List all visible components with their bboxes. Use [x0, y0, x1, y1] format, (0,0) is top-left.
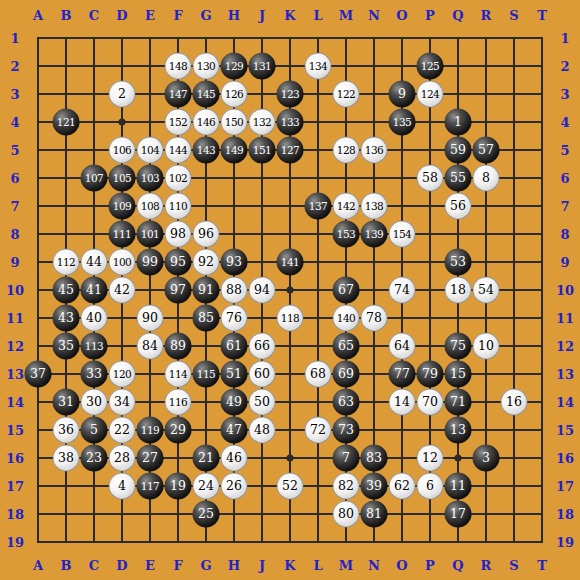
move-number: 136 — [365, 145, 384, 156]
move-number: 18 — [450, 284, 466, 297]
stone-black-k9[interactable]: 141 — [277, 249, 304, 276]
move-number: 89 — [170, 340, 186, 353]
col-label-top-J: J — [259, 8, 265, 23]
stone-black-a13[interactable]: 37 — [25, 361, 52, 388]
stone-black-e15[interactable]: 119 — [137, 417, 164, 444]
stone-black-k4[interactable]: 133 — [277, 109, 304, 136]
move-number: 65 — [338, 340, 354, 353]
move-number: 130 — [197, 61, 216, 72]
stone-black-h5[interactable]: 149 — [221, 137, 248, 164]
stone-black-n18[interactable]: 81 — [361, 501, 388, 528]
col-label-bottom-S: S — [509, 558, 518, 573]
row-label-left-19: 19 — [6, 535, 24, 550]
stone-white-q7[interactable]: 56 — [445, 193, 472, 220]
col-label-top-H: H — [228, 8, 240, 23]
move-number: 39 — [366, 480, 382, 493]
move-number: 139 — [365, 229, 384, 240]
stone-black-e9[interactable]: 99 — [137, 249, 164, 276]
col-label-bottom-H: H — [228, 558, 240, 573]
move-number: 50 — [254, 396, 270, 409]
move-number: 17 — [450, 508, 466, 521]
stone-black-d6[interactable]: 105 — [109, 165, 136, 192]
stone-white-f4[interactable]: 152 — [165, 109, 192, 136]
move-number: 96 — [198, 228, 214, 241]
stone-white-f14[interactable]: 116 — [165, 389, 192, 416]
move-number: 22 — [114, 424, 130, 437]
stone-white-n11[interactable]: 78 — [361, 305, 388, 332]
move-number: 5 — [90, 424, 98, 437]
move-number: 138 — [365, 201, 384, 212]
move-number: 1 — [454, 116, 462, 129]
move-number: 129 — [225, 61, 244, 72]
stone-white-g8[interactable]: 96 — [193, 221, 220, 248]
col-label-top-A: A — [33, 8, 43, 23]
move-number: 23 — [86, 452, 102, 465]
row-label-left-2: 2 — [10, 59, 19, 74]
stone-black-f3[interactable]: 147 — [165, 81, 192, 108]
stone-black-q13[interactable]: 15 — [445, 361, 472, 388]
stone-white-r10[interactable]: 54 — [473, 277, 500, 304]
stone-black-e6[interactable]: 103 — [137, 165, 164, 192]
stone-white-f8[interactable]: 98 — [165, 221, 192, 248]
row-label-right-5: 5 — [560, 143, 569, 158]
move-number: 147 — [169, 89, 188, 100]
move-number: 66 — [254, 340, 270, 353]
stone-white-j4[interactable]: 132 — [249, 109, 276, 136]
move-number: 11 — [450, 480, 466, 493]
move-number: 51 — [226, 368, 242, 381]
stone-black-h9[interactable]: 93 — [221, 249, 248, 276]
move-number: 95 — [170, 256, 186, 269]
stone-white-c14[interactable]: 30 — [81, 389, 108, 416]
move-number: 144 — [169, 145, 188, 156]
stone-white-g2[interactable]: 130 — [193, 53, 220, 80]
stone-black-b14[interactable]: 31 — [53, 389, 80, 416]
stone-white-d5[interactable]: 106 — [109, 137, 136, 164]
stone-black-c10[interactable]: 41 — [81, 277, 108, 304]
col-label-bottom-N: N — [368, 558, 380, 573]
move-number: 64 — [394, 340, 410, 353]
move-number: 49 — [226, 396, 242, 409]
stone-white-l15[interactable]: 72 — [305, 417, 332, 444]
col-label-bottom-R: R — [481, 558, 492, 573]
stone-black-m12[interactable]: 65 — [333, 333, 360, 360]
stone-white-c9[interactable]: 44 — [81, 249, 108, 276]
col-label-top-Q: Q — [452, 8, 463, 23]
stone-white-p17[interactable]: 6 — [417, 473, 444, 500]
move-number: 46 — [226, 452, 242, 465]
move-number: 79 — [422, 368, 438, 381]
stone-black-q18[interactable]: 17 — [445, 501, 472, 528]
move-number: 33 — [86, 368, 102, 381]
stone-black-c16[interactable]: 23 — [81, 445, 108, 472]
col-label-top-C: C — [89, 8, 99, 23]
move-number: 13 — [450, 424, 466, 437]
stone-black-g10[interactable]: 91 — [193, 277, 220, 304]
stone-black-q17[interactable]: 11 — [445, 473, 472, 500]
move-number: 128 — [337, 145, 356, 156]
stone-black-n17[interactable]: 39 — [361, 473, 388, 500]
col-label-bottom-B: B — [61, 558, 72, 573]
star-point-K10 — [287, 287, 294, 294]
stone-white-m3[interactable]: 122 — [333, 81, 360, 108]
row-label-right-4: 4 — [560, 115, 569, 130]
move-number: 140 — [337, 313, 356, 324]
stone-black-k5[interactable]: 127 — [277, 137, 304, 164]
stone-black-h14[interactable]: 49 — [221, 389, 248, 416]
row-label-left-12: 12 — [6, 339, 24, 354]
stone-white-d17[interactable]: 4 — [109, 473, 136, 500]
star-point-K16 — [287, 455, 294, 462]
stone-white-f2[interactable]: 148 — [165, 53, 192, 80]
row-label-left-17: 17 — [6, 479, 24, 494]
stone-white-h11[interactable]: 76 — [221, 305, 248, 332]
stone-black-b12[interactable]: 35 — [53, 333, 80, 360]
stone-white-h16[interactable]: 46 — [221, 445, 248, 472]
stone-white-b9[interactable]: 112 — [53, 249, 80, 276]
stone-white-m7[interactable]: 142 — [333, 193, 360, 220]
stone-white-h4[interactable]: 150 — [221, 109, 248, 136]
stone-white-b15[interactable]: 36 — [53, 417, 80, 444]
move-number: 150 — [225, 117, 244, 128]
move-number: 9 — [398, 88, 406, 101]
move-number: 112 — [57, 257, 76, 268]
move-number: 75 — [450, 340, 466, 353]
stone-white-e12[interactable]: 84 — [137, 333, 164, 360]
stone-black-r5[interactable]: 57 — [473, 137, 500, 164]
col-label-top-G: G — [200, 8, 211, 23]
stone-white-s14[interactable]: 16 — [501, 389, 528, 416]
move-number: 124 — [421, 89, 440, 100]
stone-white-e11[interactable]: 90 — [137, 305, 164, 332]
move-number: 53 — [450, 256, 466, 269]
move-number: 24 — [198, 480, 214, 493]
col-label-top-E: E — [145, 8, 155, 23]
move-number: 126 — [225, 89, 244, 100]
row-label-left-15: 15 — [6, 423, 24, 438]
stone-white-j15[interactable]: 48 — [249, 417, 276, 444]
stone-black-m8[interactable]: 153 — [333, 221, 360, 248]
col-label-bottom-M: M — [339, 558, 353, 573]
stone-white-e7[interactable]: 108 — [137, 193, 164, 220]
stone-black-m16[interactable]: 7 — [333, 445, 360, 472]
stone-black-g18[interactable]: 25 — [193, 501, 220, 528]
stone-white-p3[interactable]: 124 — [417, 81, 444, 108]
move-number: 111 — [113, 229, 132, 240]
grid-line-vertical — [317, 37, 319, 543]
stone-black-f17[interactable]: 19 — [165, 473, 192, 500]
row-label-left-1: 1 — [10, 31, 19, 46]
stone-black-p2[interactable]: 125 — [417, 53, 444, 80]
stone-black-o13[interactable]: 77 — [389, 361, 416, 388]
stone-black-d8[interactable]: 111 — [109, 221, 136, 248]
row-label-right-14: 14 — [556, 395, 574, 410]
stone-black-q12[interactable]: 75 — [445, 333, 472, 360]
stone-black-g13[interactable]: 115 — [193, 361, 220, 388]
col-label-bottom-P: P — [425, 558, 435, 573]
move-number: 105 — [113, 173, 132, 184]
stone-black-m14[interactable]: 63 — [333, 389, 360, 416]
stone-white-l2[interactable]: 134 — [305, 53, 332, 80]
stone-white-m18[interactable]: 80 — [333, 501, 360, 528]
stone-white-m5[interactable]: 128 — [333, 137, 360, 164]
move-number: 115 — [197, 369, 216, 380]
stone-white-b16[interactable]: 38 — [53, 445, 80, 472]
move-number: 82 — [338, 480, 354, 493]
move-number: 74 — [394, 284, 410, 297]
move-number: 68 — [310, 368, 326, 381]
stone-black-r16[interactable]: 3 — [473, 445, 500, 472]
move-number: 125 — [421, 61, 440, 72]
stone-black-g16[interactable]: 21 — [193, 445, 220, 472]
stone-black-q5[interactable]: 59 — [445, 137, 472, 164]
move-number: 118 — [281, 313, 300, 324]
stone-white-f13[interactable]: 114 — [165, 361, 192, 388]
stone-black-h2[interactable]: 129 — [221, 53, 248, 80]
move-number: 123 — [281, 89, 300, 100]
move-number: 133 — [281, 117, 300, 128]
move-number: 58 — [422, 172, 438, 185]
stone-white-g17[interactable]: 24 — [193, 473, 220, 500]
stone-black-j2[interactable]: 131 — [249, 53, 276, 80]
stone-black-e16[interactable]: 27 — [137, 445, 164, 472]
row-label-left-7: 7 — [10, 199, 19, 214]
stone-white-g9[interactable]: 92 — [193, 249, 220, 276]
stone-black-e17[interactable]: 117 — [137, 473, 164, 500]
move-number: 4 — [118, 480, 126, 493]
stone-black-f15[interactable]: 29 — [165, 417, 192, 444]
stone-white-n5[interactable]: 136 — [361, 137, 388, 164]
stone-black-b11[interactable]: 43 — [53, 305, 80, 332]
stone-white-k17[interactable]: 52 — [277, 473, 304, 500]
stone-black-q15[interactable]: 13 — [445, 417, 472, 444]
stone-black-f12[interactable]: 89 — [165, 333, 192, 360]
stone-white-g4[interactable]: 146 — [193, 109, 220, 136]
row-label-right-6: 6 — [560, 171, 569, 186]
row-label-right-16: 16 — [556, 451, 574, 466]
stone-white-j13[interactable]: 60 — [249, 361, 276, 388]
col-label-bottom-D: D — [116, 558, 127, 573]
stone-black-c15[interactable]: 5 — [81, 417, 108, 444]
move-number: 21 — [198, 452, 214, 465]
stone-black-c6[interactable]: 107 — [81, 165, 108, 192]
move-number: 110 — [169, 201, 188, 212]
col-label-top-R: R — [481, 8, 492, 23]
row-label-left-9: 9 — [10, 255, 19, 270]
move-number: 106 — [113, 145, 132, 156]
stone-black-h13[interactable]: 51 — [221, 361, 248, 388]
stone-white-o14[interactable]: 14 — [389, 389, 416, 416]
row-label-left-6: 6 — [10, 171, 19, 186]
move-number: 59 — [450, 144, 466, 157]
move-number: 143 — [197, 145, 216, 156]
stone-black-n8[interactable]: 139 — [361, 221, 388, 248]
move-number: 101 — [141, 229, 160, 240]
stone-white-r12[interactable]: 10 — [473, 333, 500, 360]
move-number: 72 — [310, 424, 326, 437]
move-number: 83 — [366, 452, 382, 465]
move-number: 44 — [86, 256, 102, 269]
stone-white-j10[interactable]: 94 — [249, 277, 276, 304]
move-number: 108 — [141, 201, 160, 212]
move-number: 35 — [58, 340, 74, 353]
move-number: 94 — [254, 284, 270, 297]
stone-black-j5[interactable]: 151 — [249, 137, 276, 164]
move-number: 120 — [113, 369, 132, 380]
stone-white-n7[interactable]: 138 — [361, 193, 388, 220]
stone-white-f7[interactable]: 110 — [165, 193, 192, 220]
stone-black-c13[interactable]: 33 — [81, 361, 108, 388]
col-label-top-S: S — [509, 8, 518, 23]
move-number: 48 — [254, 424, 270, 437]
stone-white-h17[interactable]: 26 — [221, 473, 248, 500]
stone-white-c11[interactable]: 40 — [81, 305, 108, 332]
move-number: 12 — [422, 452, 438, 465]
stone-black-e8[interactable]: 101 — [137, 221, 164, 248]
move-number: 149 — [225, 145, 244, 156]
stone-black-h15[interactable]: 47 — [221, 417, 248, 444]
row-label-right-10: 10 — [556, 283, 574, 298]
stone-white-o10[interactable]: 74 — [389, 277, 416, 304]
stone-black-q4[interactable]: 1 — [445, 109, 472, 136]
move-number: 26 — [226, 480, 242, 493]
move-number: 91 — [198, 284, 214, 297]
stone-white-r6[interactable]: 8 — [473, 165, 500, 192]
stone-black-n16[interactable]: 83 — [361, 445, 388, 472]
stone-white-p14[interactable]: 70 — [417, 389, 444, 416]
move-number: 15 — [450, 368, 466, 381]
row-label-right-19: 19 — [556, 535, 574, 550]
move-number: 97 — [170, 284, 186, 297]
stone-black-b10[interactable]: 45 — [53, 277, 80, 304]
move-number: 41 — [86, 284, 102, 297]
row-label-right-7: 7 — [560, 199, 569, 214]
stone-white-p6[interactable]: 58 — [417, 165, 444, 192]
stone-black-q6[interactable]: 55 — [445, 165, 472, 192]
move-number: 42 — [114, 284, 130, 297]
move-number: 122 — [337, 89, 356, 100]
stone-white-d14[interactable]: 34 — [109, 389, 136, 416]
stone-white-m17[interactable]: 82 — [333, 473, 360, 500]
row-label-left-4: 4 — [10, 115, 19, 130]
stone-white-h10[interactable]: 88 — [221, 277, 248, 304]
row-label-right-13: 13 — [556, 367, 574, 382]
stone-white-d16[interactable]: 28 — [109, 445, 136, 472]
move-number: 70 — [422, 396, 438, 409]
stone-black-m13[interactable]: 69 — [333, 361, 360, 388]
stone-black-m15[interactable]: 73 — [333, 417, 360, 444]
stone-white-q10[interactable]: 18 — [445, 277, 472, 304]
stone-black-f10[interactable]: 97 — [165, 277, 192, 304]
stone-white-o17[interactable]: 62 — [389, 473, 416, 500]
move-number: 57 — [478, 144, 494, 157]
col-label-top-N: N — [368, 8, 380, 23]
stone-white-m11[interactable]: 140 — [333, 305, 360, 332]
move-number: 77 — [394, 368, 410, 381]
stone-black-m10[interactable]: 67 — [333, 277, 360, 304]
stone-white-e5[interactable]: 104 — [137, 137, 164, 164]
move-number: 119 — [141, 425, 160, 436]
row-label-left-8: 8 — [10, 227, 19, 242]
stone-white-d13[interactable]: 120 — [109, 361, 136, 388]
move-number: 31 — [58, 396, 74, 409]
stone-white-f6[interactable]: 102 — [165, 165, 192, 192]
move-number: 107 — [85, 173, 104, 184]
col-label-top-D: D — [116, 8, 127, 23]
move-number: 45 — [58, 284, 74, 297]
move-number: 8 — [482, 172, 490, 185]
grid-line-vertical — [541, 37, 543, 543]
stone-black-d7[interactable]: 109 — [109, 193, 136, 220]
stone-white-j12[interactable]: 66 — [249, 333, 276, 360]
stone-white-k11[interactable]: 118 — [277, 305, 304, 332]
move-number: 25 — [198, 508, 214, 521]
move-number: 43 — [58, 312, 74, 325]
move-number: 137 — [309, 201, 328, 212]
stone-black-g5[interactable]: 143 — [193, 137, 220, 164]
move-number: 116 — [169, 397, 188, 408]
move-number: 121 — [57, 117, 76, 128]
stone-black-h12[interactable]: 61 — [221, 333, 248, 360]
move-number: 99 — [142, 256, 158, 269]
stone-black-k3[interactable]: 123 — [277, 81, 304, 108]
move-number: 84 — [142, 340, 158, 353]
stone-white-p16[interactable]: 12 — [417, 445, 444, 472]
stone-black-g11[interactable]: 85 — [193, 305, 220, 332]
move-number: 76 — [226, 312, 242, 325]
stone-black-o4[interactable]: 135 — [389, 109, 416, 136]
go-board[interactable]: AABBCCDDEEFFGGHHJJKKLLMMNNOOPPQQRRSSTT11… — [0, 0, 580, 580]
move-number: 145 — [197, 89, 216, 100]
stone-white-o12[interactable]: 64 — [389, 333, 416, 360]
stone-white-j14[interactable]: 50 — [249, 389, 276, 416]
move-number: 28 — [114, 452, 130, 465]
stone-black-p13[interactable]: 79 — [417, 361, 444, 388]
col-label-top-T: T — [537, 8, 547, 23]
stone-black-g3[interactable]: 145 — [193, 81, 220, 108]
stone-white-d10[interactable]: 42 — [109, 277, 136, 304]
move-number: 34 — [114, 396, 130, 409]
stone-black-q9[interactable]: 53 — [445, 249, 472, 276]
stone-black-c12[interactable]: 113 — [81, 333, 108, 360]
col-label-top-B: B — [61, 8, 72, 23]
move-number: 54 — [478, 284, 494, 297]
stone-black-b4[interactable]: 121 — [53, 109, 80, 136]
move-number: 127 — [281, 145, 300, 156]
stone-white-d3[interactable]: 2 — [109, 81, 136, 108]
stone-white-l13[interactable]: 68 — [305, 361, 332, 388]
move-number: 142 — [337, 201, 356, 212]
move-number: 71 — [450, 396, 466, 409]
move-number: 2 — [118, 88, 126, 101]
stone-white-h3[interactable]: 126 — [221, 81, 248, 108]
stone-black-q14[interactable]: 71 — [445, 389, 472, 416]
stone-white-f5[interactable]: 144 — [165, 137, 192, 164]
stone-white-d9[interactable]: 100 — [109, 249, 136, 276]
stone-white-o8[interactable]: 154 — [389, 221, 416, 248]
stone-black-l7[interactable]: 137 — [305, 193, 332, 220]
move-number: 60 — [254, 368, 270, 381]
move-number: 3 — [482, 452, 490, 465]
move-number: 56 — [450, 200, 466, 213]
move-number: 117 — [141, 481, 160, 492]
stone-white-d15[interactable]: 22 — [109, 417, 136, 444]
stone-black-f9[interactable]: 95 — [165, 249, 192, 276]
stone-black-o3[interactable]: 9 — [389, 81, 416, 108]
move-number: 52 — [282, 480, 298, 493]
col-label-bottom-C: C — [89, 558, 99, 573]
col-label-top-O: O — [396, 8, 407, 23]
